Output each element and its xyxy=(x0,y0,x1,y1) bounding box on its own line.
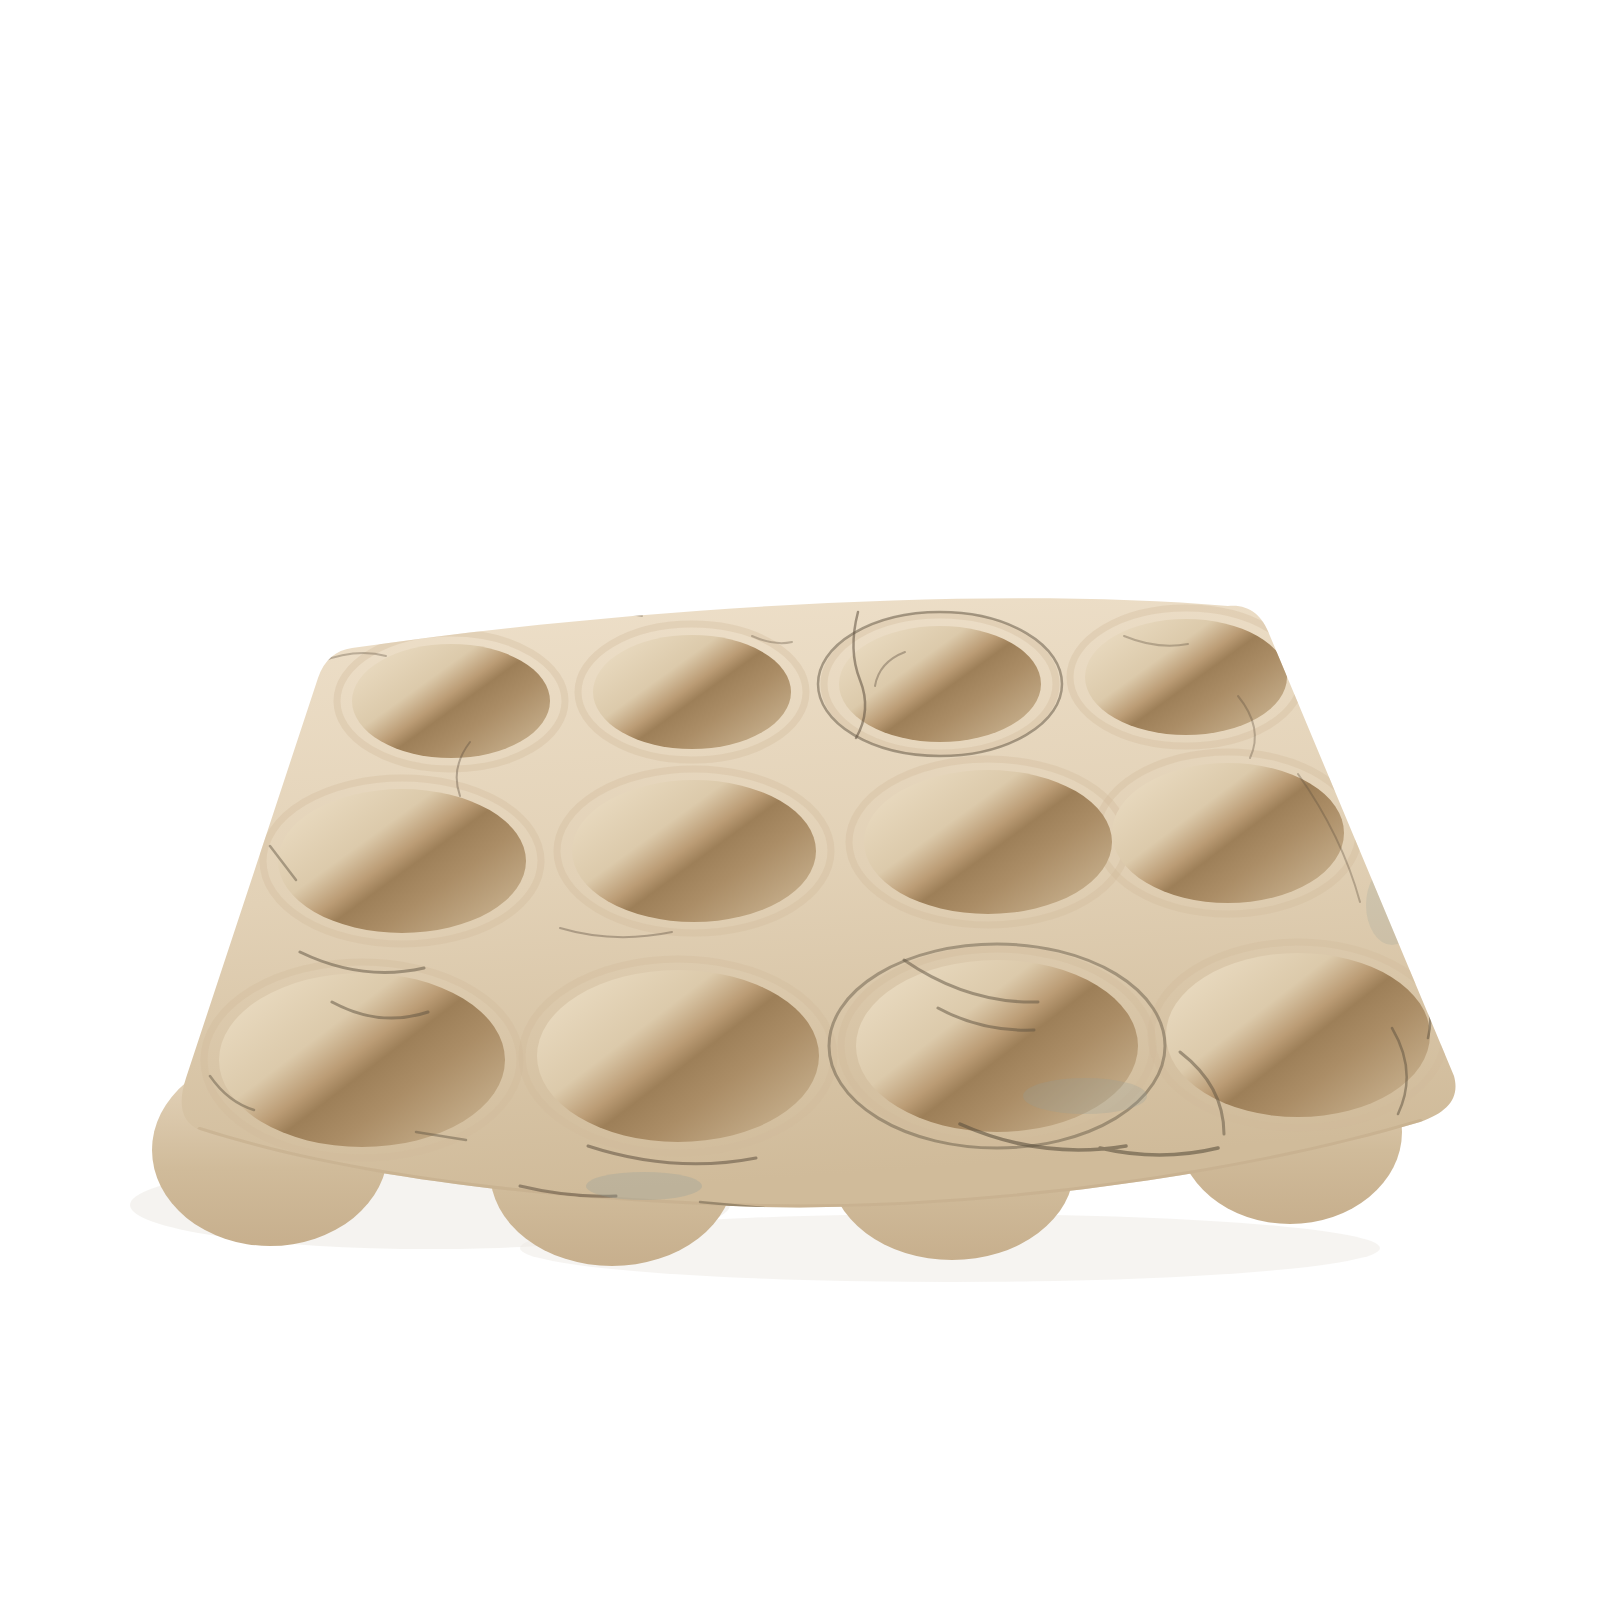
muffin-cup-r2c3 xyxy=(864,770,1112,914)
muffin-cup-r3c1 xyxy=(219,973,505,1147)
muffin-cup-r1c3 xyxy=(839,626,1041,742)
muffin-cup-r1c1 xyxy=(352,644,550,758)
muffin-cup-r1c4 xyxy=(1085,619,1287,735)
muffin-cup-r2c1 xyxy=(278,789,526,933)
muffin-pan-photo xyxy=(0,0,1600,1600)
smudge-mark xyxy=(1023,1078,1147,1114)
muffin-cup-r3c4 xyxy=(1166,953,1430,1117)
muffin-cup-r2c4 xyxy=(1112,763,1344,903)
muffin-pan-illustration xyxy=(0,0,1600,1600)
muffin-cup-r2c2 xyxy=(572,780,816,922)
muffin-cup-r1c2 xyxy=(593,635,791,749)
muffin-cup-r3c2 xyxy=(537,970,819,1142)
smudge-mark xyxy=(586,1172,702,1200)
smudge-mark xyxy=(1366,865,1418,945)
